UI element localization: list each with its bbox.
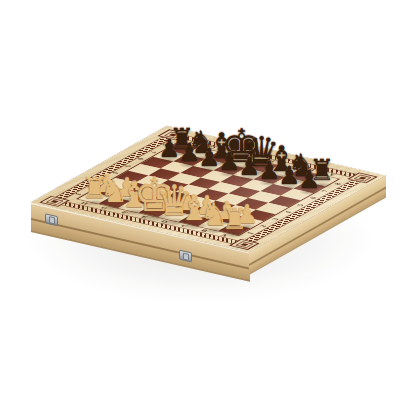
piece-shadow [219, 171, 239, 177]
piece-black-pawn[interactable]: ♟ [298, 167, 320, 192]
piece-shadow [259, 180, 279, 186]
piece-shadow [199, 167, 219, 173]
piece-shadow [179, 162, 199, 168]
box-clasp [45, 213, 58, 226]
piece-shadow [159, 158, 179, 164]
piece-shadow [279, 185, 299, 191]
piece-shadow [239, 176, 259, 182]
box-clasp [179, 250, 192, 263]
piece-shadow [299, 189, 319, 195]
piece-shadow [223, 231, 246, 237]
piece-white-rook[interactable]: ♜ [221, 206, 247, 235]
chess-set-photo: HGFEDCBA HGFEDCBA 87654321 87654321 ♜♞♟♝… [0, 0, 400, 400]
